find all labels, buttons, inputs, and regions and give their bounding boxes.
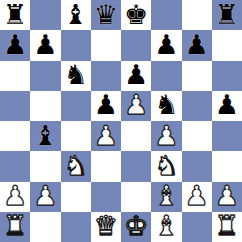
square-a3[interactable] xyxy=(0,151,30,181)
piece-white-bishop: ♝ xyxy=(154,212,178,239)
square-g2[interactable]: ♟ xyxy=(182,182,212,212)
piece-white-knight: ♞ xyxy=(64,152,88,179)
chess-board: ♜♝♛♚♜♟♟♟♟♞♟♟♟♞♟♝♟♟♞♞♟♟♝♟♟♜♛♚♝♜ xyxy=(0,0,242,242)
square-b3[interactable] xyxy=(30,151,60,181)
piece-white-rook: ♜ xyxy=(215,212,239,239)
square-b4[interactable]: ♝ xyxy=(30,121,60,151)
square-g6[interactable] xyxy=(182,61,212,91)
piece-white-pawn: ♟ xyxy=(3,182,27,209)
square-c6[interactable]: ♞ xyxy=(61,61,91,91)
piece-white-pawn: ♟ xyxy=(124,91,148,118)
piece-white-king: ♚ xyxy=(124,212,148,239)
square-h5[interactable]: ♟ xyxy=(212,91,242,121)
piece-black-king: ♚ xyxy=(124,1,148,28)
square-f8[interactable] xyxy=(151,0,181,30)
piece-black-pawn: ♟ xyxy=(154,31,178,58)
piece-black-pawn: ♟ xyxy=(124,61,148,88)
square-a4[interactable] xyxy=(0,121,30,151)
square-e3[interactable] xyxy=(121,151,151,181)
square-c8[interactable]: ♝ xyxy=(61,0,91,30)
square-e4[interactable] xyxy=(121,121,151,151)
square-c4[interactable] xyxy=(61,121,91,151)
square-e1[interactable]: ♚ xyxy=(121,212,151,242)
square-e2[interactable] xyxy=(121,182,151,212)
piece-black-knight: ♞ xyxy=(154,91,178,118)
square-g8[interactable] xyxy=(182,0,212,30)
square-g5[interactable] xyxy=(182,91,212,121)
piece-black-bishop: ♝ xyxy=(33,122,57,149)
piece-black-pawn: ♟ xyxy=(3,31,27,58)
piece-white-pawn: ♟ xyxy=(185,182,209,209)
square-a2[interactable]: ♟ xyxy=(0,182,30,212)
piece-black-pawn: ♟ xyxy=(94,91,118,118)
piece-white-knight: ♞ xyxy=(154,152,178,179)
square-f7[interactable]: ♟ xyxy=(151,30,181,60)
piece-white-pawn: ♟ xyxy=(94,122,118,149)
piece-white-bishop: ♝ xyxy=(154,182,178,209)
square-h4[interactable] xyxy=(212,121,242,151)
square-h6[interactable] xyxy=(212,61,242,91)
square-b6[interactable] xyxy=(30,61,60,91)
square-c2[interactable] xyxy=(61,182,91,212)
piece-black-knight: ♞ xyxy=(64,61,88,88)
piece-white-pawn: ♟ xyxy=(215,182,239,209)
piece-white-pawn: ♟ xyxy=(33,182,57,209)
square-h3[interactable] xyxy=(212,151,242,181)
square-b2[interactable]: ♟ xyxy=(30,182,60,212)
square-g1[interactable] xyxy=(182,212,212,242)
piece-black-bishop: ♝ xyxy=(64,1,88,28)
square-c3[interactable]: ♞ xyxy=(61,151,91,181)
square-a8[interactable]: ♜ xyxy=(0,0,30,30)
square-h1[interactable]: ♜ xyxy=(212,212,242,242)
piece-black-pawn: ♟ xyxy=(215,91,239,118)
square-e6[interactable]: ♟ xyxy=(121,61,151,91)
square-d2[interactable] xyxy=(91,182,121,212)
square-d5[interactable]: ♟ xyxy=(91,91,121,121)
square-e5[interactable]: ♟ xyxy=(121,91,151,121)
piece-black-queen: ♛ xyxy=(94,1,118,28)
square-h2[interactable]: ♟ xyxy=(212,182,242,212)
square-c7[interactable] xyxy=(61,30,91,60)
square-d6[interactable] xyxy=(91,61,121,91)
square-f6[interactable] xyxy=(151,61,181,91)
piece-black-rook: ♜ xyxy=(3,1,27,28)
square-d8[interactable]: ♛ xyxy=(91,0,121,30)
square-h8[interactable]: ♜ xyxy=(212,0,242,30)
square-a7[interactable]: ♟ xyxy=(0,30,30,60)
square-c5[interactable] xyxy=(61,91,91,121)
square-d3[interactable] xyxy=(91,151,121,181)
square-b1[interactable] xyxy=(30,212,60,242)
square-f1[interactable]: ♝ xyxy=(151,212,181,242)
square-b5[interactable] xyxy=(30,91,60,121)
square-d7[interactable] xyxy=(91,30,121,60)
square-f4[interactable]: ♟ xyxy=(151,121,181,151)
square-f2[interactable]: ♝ xyxy=(151,182,181,212)
square-b7[interactable]: ♟ xyxy=(30,30,60,60)
square-c1[interactable] xyxy=(61,212,91,242)
piece-black-pawn: ♟ xyxy=(33,31,57,58)
square-d1[interactable]: ♛ xyxy=(91,212,121,242)
square-d4[interactable]: ♟ xyxy=(91,121,121,151)
square-e7[interactable] xyxy=(121,30,151,60)
square-f3[interactable]: ♞ xyxy=(151,151,181,181)
square-e8[interactable]: ♚ xyxy=(121,0,151,30)
square-a1[interactable]: ♜ xyxy=(0,212,30,242)
piece-white-rook: ♜ xyxy=(3,212,27,239)
square-a6[interactable] xyxy=(0,61,30,91)
piece-white-pawn: ♟ xyxy=(154,122,178,149)
square-a5[interactable] xyxy=(0,91,30,121)
piece-black-rook: ♜ xyxy=(215,1,239,28)
square-g4[interactable] xyxy=(182,121,212,151)
square-f5[interactable]: ♞ xyxy=(151,91,181,121)
piece-white-queen: ♛ xyxy=(94,212,118,239)
square-b8[interactable] xyxy=(30,0,60,30)
square-g3[interactable] xyxy=(182,151,212,181)
square-g7[interactable]: ♟ xyxy=(182,30,212,60)
piece-black-pawn: ♟ xyxy=(185,31,209,58)
square-h7[interactable] xyxy=(212,30,242,60)
